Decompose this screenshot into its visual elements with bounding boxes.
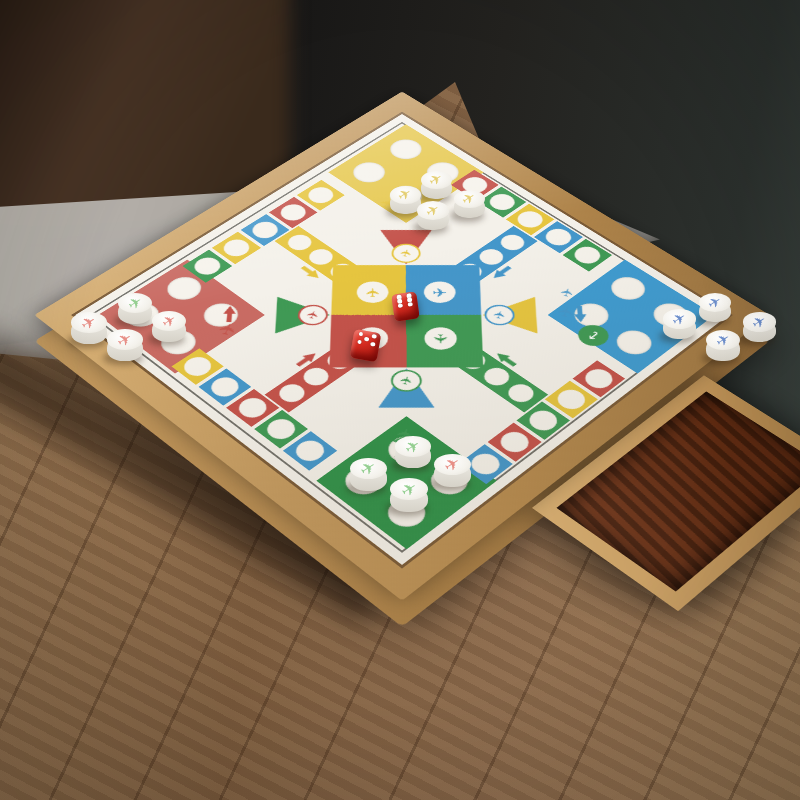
blue-plane-silhouette-icon: ✈ [555,305,578,320]
track-cell[interactable] [172,348,224,384]
green-arrow-icon [492,350,520,369]
track-cell[interactable] [573,360,625,397]
green-runway [420,324,548,412]
track-cell[interactable] [254,410,308,449]
photo-scene: ✈✈✈✈✈✈✈✈↩✈✈✈✈✈✈ ✈ ✈ ✈ ✈ ✈ ✈ [0,0,800,800]
plane-icon: ✈ [362,287,383,297]
green-terminal-plane: ✈ [418,323,464,355]
green-hangar-slot[interactable] [381,431,432,468]
return-circle: ↩ [572,321,615,351]
plane-icon: ✈ [432,285,447,299]
dark-plane-silhouette-icon: ✈ [391,448,414,463]
red-arrow-icon [293,350,321,369]
blue-hangar-slot[interactable] [567,299,615,332]
plane-icon: ✈ [430,333,451,344]
track-cell[interactable] [283,431,337,470]
green-plane-silhouette-icon: ✈ [393,426,418,442]
red-hangar-slot[interactable] [154,326,203,360]
track-cell[interactable] [545,381,598,419]
return-arrow-icon: ↩ [582,328,605,344]
red-plane-silhouette-icon: ✈ [215,321,242,337]
track-cell[interactable] [516,401,570,439]
green-hangar-slot[interactable] [338,462,390,500]
plane-icon: ✈ [396,248,416,259]
green-hangar-slot[interactable] [380,493,433,532]
yellow-hangar-slot[interactable] [347,158,392,186]
red-runway [265,324,393,412]
plane-icon: ✈ [302,309,323,320]
green-launch-circle: ✈ [384,365,428,396]
blue-hangar-slot[interactable] [610,326,659,360]
green-hangar [316,416,496,549]
red-hangar-slot[interactable] [118,299,166,332]
track-cell[interactable] [488,423,542,462]
red-terminal-plane: ✈ [349,323,395,355]
plane-icon: ✈ [396,375,417,387]
blue-hangar-slot[interactable] [647,299,695,332]
green-hangar-slot[interactable] [423,462,475,500]
track-cell[interactable] [199,368,252,405]
plane-icon: ✈ [489,309,509,320]
blue-hangar-slot[interactable] [604,272,651,304]
blue-triangle [378,368,434,407]
plane-icon: ✈ [364,331,379,346]
center-terminal [329,265,483,367]
track-cell[interactable] [458,444,513,484]
track-cell[interactable] [226,389,279,427]
red-hangar-slot[interactable] [197,299,245,332]
green-arrow-icon [392,436,418,447]
yellow-hangar-slot[interactable] [384,135,428,163]
